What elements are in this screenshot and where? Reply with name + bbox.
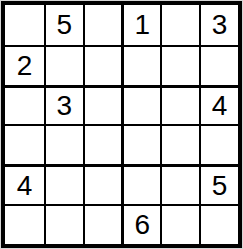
empty-cell-r6c6[interactable] [199,204,238,244]
given-cell-r2c1: 2 [5,45,44,85]
empty-cell-r2c4[interactable] [121,45,160,85]
given-cell-r1c2: 5 [44,5,83,45]
empty-cell-r2c3[interactable] [83,45,122,85]
empty-cell-r2c6[interactable] [199,45,238,85]
empty-cell-r4c2[interactable] [44,124,83,164]
given-cell-r6c4: 6 [121,204,160,244]
empty-cell-r6c3[interactable] [83,204,122,244]
empty-cell-r4c5[interactable] [160,124,199,164]
empty-cell-r6c2[interactable] [44,204,83,244]
empty-cell-r5c2[interactable] [44,164,83,204]
empty-cell-r3c1[interactable] [5,85,44,125]
empty-cell-r5c3[interactable] [83,164,122,204]
given-cell-r5c1: 4 [5,164,44,204]
given-cell-r3c2: 3 [44,85,83,125]
given-cell-r3c6: 4 [199,85,238,125]
given-cell-r1c6: 3 [199,5,238,45]
empty-cell-r5c4[interactable] [121,164,160,204]
given-cell-r1c4: 1 [121,5,160,45]
empty-cell-r2c2[interactable] [44,45,83,85]
given-cell-r5c6: 5 [199,164,238,204]
empty-cell-r4c4[interactable] [121,124,160,164]
empty-cell-r2c5[interactable] [160,45,199,85]
empty-cell-r4c6[interactable] [199,124,238,164]
empty-cell-r1c5[interactable] [160,5,199,45]
empty-cell-r5c5[interactable] [160,164,199,204]
empty-cell-r3c3[interactable] [83,85,122,125]
sudoku-board-frame: 513234456 [0,0,243,249]
empty-cell-r4c3[interactable] [83,124,122,164]
empty-cell-r3c4[interactable] [121,85,160,125]
empty-cell-r3c5[interactable] [160,85,199,125]
empty-cell-r4c1[interactable] [5,124,44,164]
empty-cell-r6c5[interactable] [160,204,199,244]
empty-cell-r6c1[interactable] [5,204,44,244]
sudoku-board: 513234456 [1,1,242,248]
empty-cell-r1c1[interactable] [5,5,44,45]
empty-cell-r1c3[interactable] [83,5,122,45]
